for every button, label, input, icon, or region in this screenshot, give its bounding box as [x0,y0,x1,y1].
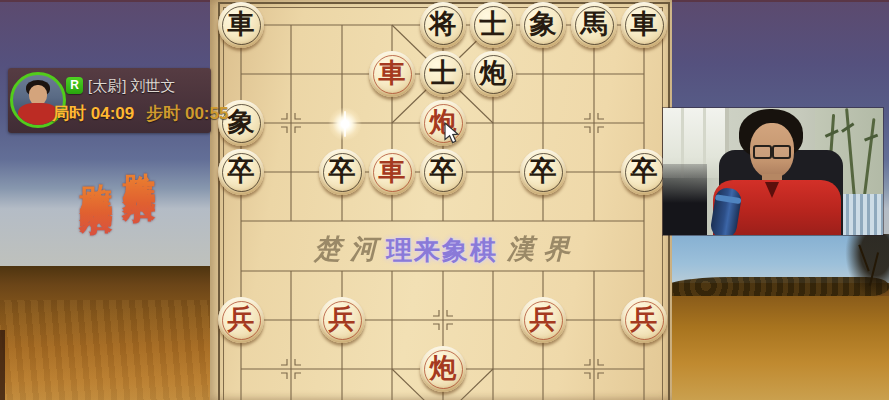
left-frame-edge [0,330,5,400]
streamer-glasses [753,145,791,156]
right-field [660,296,889,400]
piece-black-卒-03[interactable]: 卒 [218,149,264,195]
avatar-face [29,85,47,105]
piece-black-馬-70[interactable]: 馬 [571,2,617,48]
game-timer: 局时 04:09 [52,104,134,123]
piece-red-兵-66[interactable]: 兵 [520,297,566,343]
tree-silhouette [845,234,889,298]
piece-red-兵-06[interactable]: 兵 [218,297,264,343]
player-info-card[interactable]: R [太尉] 刘世文 局时 04:09步时 00:55 [8,68,211,133]
river-label-right: 漢界 [507,231,579,267]
piece-black-将-40[interactable]: 将 [420,2,466,48]
xiangqi-board[interactable]: 楚河 漢界 理来象棋 車将士象馬車車士炮象炮卒卒車卒卒卒兵兵兵兵炮 [210,0,672,400]
webcam-foreground-gear [663,164,707,235]
quote-column-right: 胜兵先胜而后求 [116,146,161,400]
piece-black-卒-63[interactable]: 卒 [520,149,566,195]
piece-black-車-80[interactable]: 車 [621,2,667,48]
timers-row: 局时 04:09步时 00:55 [52,102,212,125]
piece-black-炮-51[interactable]: 炮 [470,51,516,97]
piece-red-兵-26[interactable]: 兵 [319,297,365,343]
piece-black-士-50[interactable]: 士 [470,2,516,48]
piece-black-士-41[interactable]: 士 [420,51,466,97]
quote-column-left: 败兵先战而后求 [73,158,118,400]
piece-black-車-00[interactable]: 車 [218,2,264,48]
piece-black-卒-23[interactable]: 卒 [319,149,365,195]
river-label-left: 楚河 [314,231,386,267]
piece-red-炮-42[interactable]: 炮 [420,100,466,146]
stream-frame: 楚河 漢界 理来象棋 車将士象馬車車士炮象炮卒卒車卒卒卒兵兵兵兵炮 R [太尉]… [0,0,889,400]
piece-black-卒-83[interactable]: 卒 [621,149,667,195]
piece-red-兵-86[interactable]: 兵 [621,297,667,343]
piece-black-卒-43[interactable]: 卒 [420,149,466,195]
rank-badge: R [66,77,83,94]
app-watermark: 理来象棋 [386,233,498,268]
webcam-radiator [839,194,883,235]
piece-red-車-33[interactable]: 車 [369,149,415,195]
move-timer: 步时 00:55 [146,104,228,123]
webcam-overlay[interactable] [663,108,883,235]
piece-red-車-31[interactable]: 車 [369,51,415,97]
player-name: [太尉] 刘世文 [88,77,176,96]
piece-red-炮-47[interactable]: 炮 [420,346,466,392]
piece-black-象-60[interactable]: 象 [520,2,566,48]
